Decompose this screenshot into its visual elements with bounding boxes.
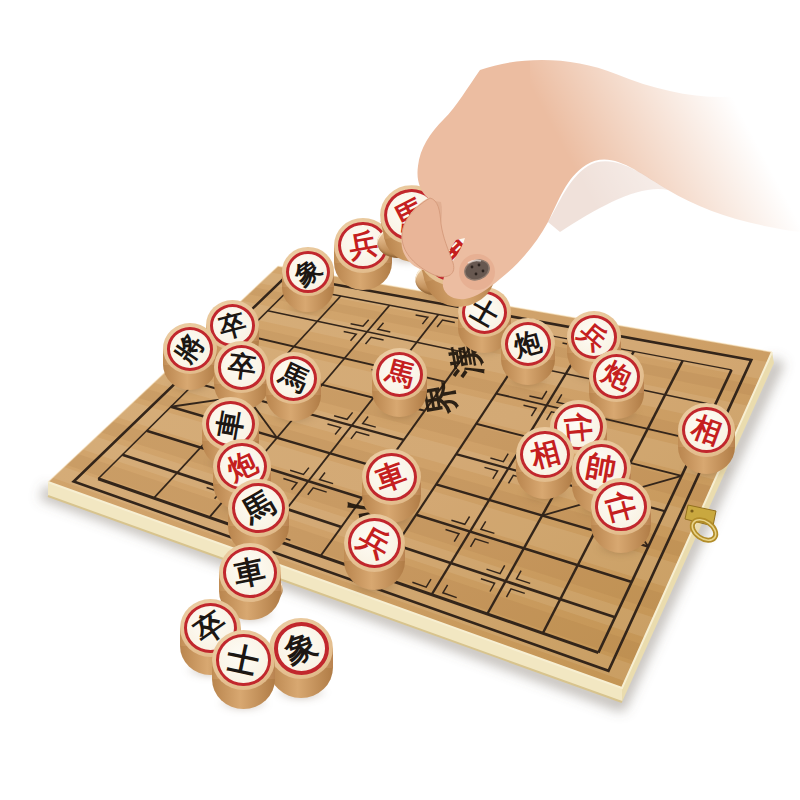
arm-fadeout	[530, 18, 800, 248]
svg-text:河: 河	[342, 493, 395, 542]
svg-text:漢: 漢	[444, 340, 489, 381]
product-photo-stage: 漢界楚河 象卒將卒馬車馬士炮馬兵炮仕相相帥仕車兵炮兵馬車車卒士象	[0, 0, 800, 800]
svg-text:界: 界	[418, 378, 463, 419]
svg-text:楚: 楚	[369, 451, 422, 500]
